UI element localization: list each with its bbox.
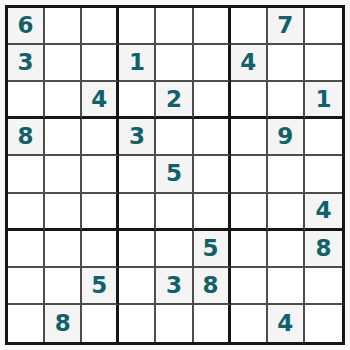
cell-r3c5: 2 <box>156 82 193 119</box>
cell-r5c4[interactable] <box>119 156 156 193</box>
cell-r4c3[interactable] <box>82 119 119 156</box>
cell-r5c8[interactable] <box>268 156 305 193</box>
cell-r7c9: 8 <box>305 231 342 268</box>
cell-r9c9[interactable] <box>305 305 342 342</box>
cell-r4c6[interactable] <box>194 119 231 156</box>
cell-r6c4[interactable] <box>119 194 156 231</box>
cell-r3c2[interactable] <box>45 82 82 119</box>
cell-r1c2[interactable] <box>45 8 82 45</box>
page: { "game": "sudoku", "position": "6......… <box>0 0 350 350</box>
cell-r3c6[interactable] <box>194 82 231 119</box>
cell-r8c8[interactable] <box>268 268 305 305</box>
cell-r4c1: 8 <box>8 119 45 156</box>
cell-r8c9[interactable] <box>305 268 342 305</box>
cell-r3c4[interactable] <box>119 82 156 119</box>
cell-r5c6[interactable] <box>194 156 231 193</box>
sudoku-board: 67314421839545853884 <box>5 5 345 345</box>
cell-r4c5[interactable] <box>156 119 193 156</box>
cell-r1c7[interactable] <box>231 8 268 45</box>
cell-r1c6[interactable] <box>194 8 231 45</box>
cell-r6c6[interactable] <box>194 194 231 231</box>
cell-r2c6[interactable] <box>194 45 231 82</box>
cell-r4c9[interactable] <box>305 119 342 156</box>
cell-r5c5: 5 <box>156 156 193 193</box>
cell-r7c7[interactable] <box>231 231 268 268</box>
cell-r9c2: 8 <box>45 305 82 342</box>
cell-r1c1: 6 <box>8 8 45 45</box>
cell-r7c8[interactable] <box>268 231 305 268</box>
cell-r6c3[interactable] <box>82 194 119 231</box>
cell-r7c3[interactable] <box>82 231 119 268</box>
cell-r5c2[interactable] <box>45 156 82 193</box>
cell-r8c7[interactable] <box>231 268 268 305</box>
cell-r9c5[interactable] <box>156 305 193 342</box>
cell-r8c6: 8 <box>194 268 231 305</box>
cell-r9c3[interactable] <box>82 305 119 342</box>
cell-r4c8: 9 <box>268 119 305 156</box>
cell-r8c3: 5 <box>82 268 119 305</box>
cell-r8c5: 3 <box>156 268 193 305</box>
cell-r6c7[interactable] <box>231 194 268 231</box>
cell-r5c1[interactable] <box>8 156 45 193</box>
cell-r6c5[interactable] <box>156 194 193 231</box>
cell-r4c4: 3 <box>119 119 156 156</box>
cell-r4c7[interactable] <box>231 119 268 156</box>
cell-r2c5[interactable] <box>156 45 193 82</box>
cell-r3c1[interactable] <box>8 82 45 119</box>
cell-r9c7[interactable] <box>231 305 268 342</box>
cell-r6c2[interactable] <box>45 194 82 231</box>
cell-r3c9: 1 <box>305 82 342 119</box>
cell-r8c2[interactable] <box>45 268 82 305</box>
cell-r2c4: 1 <box>119 45 156 82</box>
cell-r6c1[interactable] <box>8 194 45 231</box>
cell-r2c9[interactable] <box>305 45 342 82</box>
cell-r2c2[interactable] <box>45 45 82 82</box>
cell-r2c1: 3 <box>8 45 45 82</box>
cell-r7c4[interactable] <box>119 231 156 268</box>
cell-r2c3[interactable] <box>82 45 119 82</box>
cell-r5c9[interactable] <box>305 156 342 193</box>
cell-r9c6[interactable] <box>194 305 231 342</box>
cell-r7c1[interactable] <box>8 231 45 268</box>
cell-r9c8: 4 <box>268 305 305 342</box>
cell-r8c1[interactable] <box>8 268 45 305</box>
cell-r3c3: 4 <box>82 82 119 119</box>
cell-r6c9: 4 <box>305 194 342 231</box>
cell-r4c2[interactable] <box>45 119 82 156</box>
cell-r1c4[interactable] <box>119 8 156 45</box>
cell-r7c6: 5 <box>194 231 231 268</box>
cell-r8c4[interactable] <box>119 268 156 305</box>
cell-r1c8: 7 <box>268 8 305 45</box>
cell-r7c5[interactable] <box>156 231 193 268</box>
cell-r5c7[interactable] <box>231 156 268 193</box>
cell-r9c1[interactable] <box>8 305 45 342</box>
cell-r6c8[interactable] <box>268 194 305 231</box>
cell-r2c8[interactable] <box>268 45 305 82</box>
cell-r1c9[interactable] <box>305 8 342 45</box>
cell-r1c5[interactable] <box>156 8 193 45</box>
cell-r2c7: 4 <box>231 45 268 82</box>
cell-r5c3[interactable] <box>82 156 119 193</box>
cell-r1c3[interactable] <box>82 8 119 45</box>
cell-r3c7[interactable] <box>231 82 268 119</box>
cell-r9c4[interactable] <box>119 305 156 342</box>
cell-r3c8[interactable] <box>268 82 305 119</box>
cell-r7c2[interactable] <box>45 231 82 268</box>
